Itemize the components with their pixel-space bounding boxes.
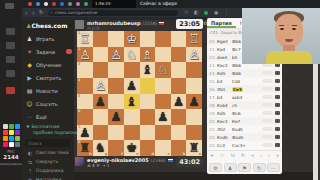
stream-side-strip: РУС 2144 международный bbox=[0, 0, 22, 180]
footer-label: Свернуть bbox=[36, 159, 58, 164]
square-h5[interactable]: 5 bbox=[77, 94, 93, 110]
move-row[interactable]: 15.b3Сd4 bbox=[207, 77, 282, 85]
white-move[interactable]: Сc3 bbox=[217, 143, 232, 148]
square-b8[interactable]: b bbox=[171, 140, 187, 156]
chesscom-sidebar: ♟Chess.com ♟Играть✦Задачи◆Обучение▶Смотр… bbox=[22, 20, 74, 180]
white-move-text: Сc3 bbox=[217, 143, 225, 148]
black-move-text: Фb6 bbox=[232, 63, 241, 68]
move-number-text: 19. bbox=[209, 111, 216, 116]
Играть-icon: ♟ bbox=[26, 35, 33, 42]
sidebar-label: Новости bbox=[36, 88, 58, 94]
move-time-black bbox=[275, 111, 280, 115]
sidebar-item-Ещё[interactable]: ⋯Ещё bbox=[26, 111, 47, 122]
Светлая тема-icon: ◐ bbox=[27, 150, 33, 156]
square-b4[interactable] bbox=[171, 78, 187, 94]
square-g1[interactable] bbox=[93, 31, 109, 47]
black-move-text: Фb6 bbox=[232, 39, 241, 44]
black-move-text: Сxc3+ bbox=[232, 143, 246, 148]
move-row[interactable]: 21.Лh2Кxd5 bbox=[207, 125, 282, 133]
move-number[interactable]: 16. bbox=[209, 87, 217, 92]
square-a5[interactable]: ♟ bbox=[186, 94, 202, 110]
emote-icon bbox=[9, 130, 14, 135]
panel-button-⚙[interactable]: ⚙ bbox=[209, 163, 222, 172]
square-e2[interactable]: ♘ bbox=[124, 47, 140, 63]
tab-favicons bbox=[28, 2, 88, 6]
square-c6[interactable]: ♟ bbox=[155, 109, 171, 125]
move-number[interactable]: 12. bbox=[209, 55, 217, 60]
white-piece-a1[interactable]: ♖ bbox=[186, 31, 202, 47]
strip-icon-4[interactable] bbox=[6, 70, 15, 77]
move-number[interactable]: 11. bbox=[209, 47, 217, 52]
square-f2[interactable]: ♙ bbox=[108, 47, 124, 63]
white-move-text: Кec3 bbox=[217, 119, 228, 124]
square-a6[interactable] bbox=[186, 109, 202, 125]
white-move[interactable]: Лb1 bbox=[217, 87, 232, 92]
extension-green-icon[interactable] bbox=[204, 11, 208, 15]
move-number-text: 15. bbox=[209, 79, 216, 84]
white-move[interactable]: dxe4 bbox=[217, 55, 232, 60]
move-number-text: 21. bbox=[209, 127, 216, 132]
strip-icon-2[interactable] bbox=[6, 42, 15, 49]
black-piece-h8[interactable]: ♜ bbox=[77, 140, 93, 156]
Соцсеть-icon: ☺ bbox=[26, 100, 33, 107]
tab-favicon[interactable] bbox=[44, 2, 48, 6]
top-player-rating: (2158) bbox=[142, 21, 157, 26]
move-number-text: 20. bbox=[209, 119, 216, 124]
square-e3[interactable] bbox=[124, 62, 140, 78]
bottom-player-clock: 43:02 bbox=[176, 157, 203, 167]
white-piece-c3[interactable]: ♘ bbox=[155, 62, 171, 78]
chess-board[interactable]: 1♖♔♖2♙♙♘♗♙3♝♘4♙♟5♟♝♟♟6♟♟7♟8h♜g♞fe♚dcba♜ bbox=[77, 31, 202, 156]
black-move[interactable]: axb4 bbox=[232, 95, 249, 100]
square-a7[interactable] bbox=[186, 125, 202, 141]
white-move[interactable]: Кxd5 bbox=[217, 135, 232, 140]
app-icon[interactable] bbox=[5, 3, 14, 9]
square-d3[interactable]: ♝ bbox=[140, 62, 156, 78]
streamer-eye-left bbox=[280, 28, 284, 30]
reload-icon[interactable]: ↻ bbox=[39, 8, 43, 17]
square-f7[interactable] bbox=[108, 125, 124, 141]
white-move-text: Кd5 bbox=[217, 71, 225, 76]
sidebar-item-Играть[interactable]: ♟Играть bbox=[26, 33, 54, 44]
bottom-player-avatar[interactable] bbox=[75, 157, 84, 166]
premium-line2: пробная подписка bbox=[33, 130, 77, 135]
move-time-white bbox=[262, 71, 273, 75]
black-move-text: c5 bbox=[232, 103, 237, 108]
white-move-text: Кa4 bbox=[217, 47, 225, 52]
square-f3[interactable] bbox=[108, 62, 124, 78]
move-row[interactable]: 22.Кxd5Фxd5 bbox=[207, 133, 282, 141]
move-number-text: 13. bbox=[209, 63, 216, 68]
square-a8[interactable]: a♜ bbox=[186, 140, 202, 156]
active-tab[interactable]: 1:56:39 bbox=[92, 0, 136, 8]
Свернуть-icon: ⇆ bbox=[27, 159, 33, 165]
footer-item-Свернуть[interactable]: ⇆Свернуть bbox=[27, 157, 58, 166]
black-move[interactable]: c5 bbox=[232, 103, 249, 108]
sidebar-label: Ещё bbox=[36, 114, 47, 120]
white-move-text: b3 bbox=[217, 79, 222, 84]
strip-icon-3[interactable] bbox=[6, 56, 15, 63]
tab-favicon[interactable] bbox=[52, 2, 56, 6]
bookmark-star-icon[interactable]: ☆ bbox=[184, 8, 188, 17]
tab-favicon[interactable] bbox=[60, 2, 64, 6]
black-piece-d3[interactable]: ♝ bbox=[140, 62, 156, 78]
move-time-black bbox=[275, 71, 280, 75]
rank-label: 5 bbox=[78, 94, 80, 98]
move-time-black bbox=[275, 95, 280, 99]
puzzle-badge bbox=[66, 49, 72, 54]
black-piece-g8[interactable]: ♞ bbox=[93, 140, 109, 156]
sidebar-item-Соцсеть[interactable]: ☺Соцсеть bbox=[26, 98, 58, 109]
sidebar-label: Обучение bbox=[36, 62, 62, 68]
square-d8[interactable]: d bbox=[140, 140, 156, 156]
black-piece-e5[interactable]: ♝ bbox=[124, 94, 140, 110]
square-h4[interactable]: 4 bbox=[77, 78, 93, 94]
square-d2[interactable]: ♗ bbox=[140, 47, 156, 63]
move-time-black bbox=[275, 87, 280, 91]
white-move[interactable]: Кa4 bbox=[217, 47, 232, 52]
file-label: c bbox=[168, 152, 170, 156]
move-time-white bbox=[262, 111, 273, 115]
move-number[interactable]: 23. bbox=[209, 143, 217, 148]
square-g6[interactable] bbox=[93, 109, 109, 125]
streamer-eye-right bbox=[292, 28, 296, 30]
black-move-text: Фxd5 bbox=[232, 135, 243, 140]
white-piece-e1[interactable]: ♔ bbox=[124, 31, 140, 47]
square-a3[interactable] bbox=[186, 62, 202, 78]
move-number[interactable]: 10. bbox=[209, 39, 217, 44]
square-e6[interactable] bbox=[124, 109, 140, 125]
sidebar-item-Новости[interactable]: ▤Новости bbox=[26, 85, 58, 96]
white-move[interactable]: Кge2 bbox=[217, 39, 232, 44]
square-b2[interactable] bbox=[171, 47, 187, 63]
toolbar-icon-+[interactable]: + bbox=[210, 153, 214, 158]
footer-label: Поддержка bbox=[36, 168, 64, 173]
black-move-text: Фc7 bbox=[232, 47, 241, 52]
diamond-icon: ♦ bbox=[26, 124, 30, 129]
strip-icon-1[interactable] bbox=[6, 28, 15, 35]
square-d1[interactable] bbox=[140, 31, 156, 47]
move-number[interactable]: 18. bbox=[209, 103, 217, 108]
square-g5[interactable]: ♟ bbox=[93, 94, 109, 110]
rank-label: 6 bbox=[78, 109, 80, 113]
move-number-text: 18. bbox=[209, 103, 216, 108]
emote-icon bbox=[3, 136, 8, 141]
move-time-white bbox=[262, 135, 273, 139]
black-piece-e8[interactable]: ♚ bbox=[124, 140, 140, 156]
footer-item-Поддержка[interactable]: ?Поддержка bbox=[27, 166, 64, 175]
back-icon[interactable]: ‹ bbox=[25, 8, 27, 17]
square-h1[interactable]: 1♖ bbox=[77, 31, 93, 47]
lock-icon: ⚿ bbox=[50, 10, 53, 16]
square-g8[interactable]: g♞ bbox=[93, 140, 109, 156]
panel-button-⚑[interactable]: ⚑ bbox=[238, 163, 251, 172]
emote-icon bbox=[15, 130, 20, 135]
white-move[interactable]: Лh2 bbox=[217, 127, 232, 132]
white-move[interactable]: Кd5 bbox=[217, 71, 232, 76]
black-piece-c6[interactable]: ♟ bbox=[155, 109, 171, 125]
move-row[interactable]: 23.Сc3Сxc3+ bbox=[207, 141, 282, 149]
black-move-text: Сe5 bbox=[232, 87, 243, 92]
tab-favicon[interactable] bbox=[76, 2, 80, 6]
white-move[interactable]: Кec3 bbox=[217, 119, 232, 124]
toolbar-icon-»[interactable]: » bbox=[276, 153, 279, 158]
toolbar-icon-↻[interactable]: ↻ bbox=[241, 153, 245, 158]
bottom-captured-pieces: ♙♗♕+3 bbox=[87, 163, 110, 168]
square-e8[interactable]: e♚ bbox=[124, 140, 140, 156]
black-piece-b5[interactable]: ♟ bbox=[171, 94, 187, 110]
panel-button-⋯[interactable]: ⋯ bbox=[267, 163, 280, 172]
white-move-text: Лb1 bbox=[217, 87, 225, 92]
toolbar-icon-⚐[interactable]: ⚐ bbox=[220, 153, 224, 158]
move-time-white bbox=[262, 103, 273, 107]
extension-icon[interactable]: ◧ bbox=[194, 8, 199, 17]
square-d6[interactable] bbox=[140, 109, 156, 125]
square-c4[interactable] bbox=[155, 78, 171, 94]
white-move[interactable]: b4 bbox=[217, 95, 232, 100]
streamer-brow-right bbox=[292, 25, 297, 26]
move-time-black bbox=[275, 79, 280, 83]
square-e4[interactable]: ♟ bbox=[124, 78, 140, 94]
square-a4[interactable] bbox=[186, 78, 202, 94]
file-label: b bbox=[183, 152, 186, 156]
forward-icon[interactable]: › bbox=[32, 8, 34, 17]
menu-dots-icon[interactable]: ⋮ bbox=[224, 8, 229, 17]
streamer-face bbox=[275, 14, 303, 47]
record-icon[interactable] bbox=[6, 87, 15, 94]
square-f5[interactable] bbox=[108, 94, 124, 110]
square-c8[interactable]: c bbox=[155, 140, 171, 156]
white-piece-f2[interactable]: ♙ bbox=[108, 47, 124, 63]
square-c7[interactable] bbox=[155, 125, 171, 141]
panel-button-♟[interactable]: ♟ bbox=[224, 163, 237, 172]
black-piece-h7[interactable]: ♟ bbox=[77, 125, 93, 141]
Обучение-icon: ◆ bbox=[26, 61, 33, 68]
white-piece-h2[interactable]: ♙ bbox=[77, 47, 93, 63]
move-time-black bbox=[275, 135, 280, 139]
square-a2[interactable]: ♙ bbox=[186, 47, 202, 63]
rank-label: 3 bbox=[78, 62, 80, 66]
profile-icon[interactable]: ◉ bbox=[214, 8, 218, 17]
move-time-black bbox=[275, 119, 280, 123]
premium-trial-link[interactable]: ♦ Бесплатная пробная подписка bbox=[26, 124, 77, 136]
square-c5[interactable] bbox=[155, 94, 171, 110]
strip-text-sub: международный bbox=[0, 162, 22, 167]
black-move-text: axb4 bbox=[232, 95, 242, 100]
screen: РУС 2144 международный 1:56:39 Сейчас в … bbox=[0, 0, 320, 180]
square-h3[interactable]: 3 bbox=[77, 62, 93, 78]
black-move-text: Кe7 bbox=[232, 119, 240, 124]
emote-icon bbox=[3, 130, 8, 135]
move-time-black bbox=[275, 103, 280, 107]
white-piece-h1[interactable]: ♖ bbox=[77, 31, 93, 47]
square-c3[interactable]: ♘ bbox=[155, 62, 171, 78]
material-advantage: +3 bbox=[103, 163, 110, 168]
footer-item-Светлая тема[interactable]: ◐Светлая тема bbox=[27, 148, 69, 157]
black-move[interactable]: Фd6 bbox=[232, 71, 249, 76]
square-b3[interactable] bbox=[171, 62, 187, 78]
sidebar-item-Обучение[interactable]: ◆Обучение bbox=[26, 59, 62, 70]
move-row[interactable]: 17.b4axb4 bbox=[207, 93, 282, 101]
square-f8[interactable]: f bbox=[108, 140, 124, 156]
tab-bar: 1:56:39 Сейчас в эфире bbox=[22, 0, 320, 8]
black-piece-a8[interactable]: ♜ bbox=[186, 140, 202, 156]
emote-icon bbox=[9, 124, 14, 129]
move-number[interactable]: 19. bbox=[209, 111, 217, 116]
move-row[interactable]: 20.Кec3Кe7 bbox=[207, 117, 282, 125]
square-b5[interactable]: ♟ bbox=[171, 94, 187, 110]
top-player-clock: 23:05 bbox=[176, 19, 203, 29]
square-a1[interactable]: ♖ bbox=[186, 31, 202, 47]
bottom-player-flag bbox=[168, 159, 173, 162]
black-move[interactable]: Сd4 bbox=[232, 79, 249, 84]
move-number-text: 10. bbox=[209, 39, 216, 44]
square-e5[interactable]: ♝ bbox=[124, 94, 140, 110]
move-number-text: 23. bbox=[209, 143, 216, 148]
move-number[interactable]: 14. bbox=[209, 71, 217, 76]
chesscom-logo[interactable]: ♟Chess.com bbox=[26, 22, 68, 29]
white-piece-e2[interactable]: ♘ bbox=[124, 47, 140, 63]
move-time-white bbox=[262, 87, 273, 91]
square-h7[interactable]: 7♟ bbox=[77, 125, 93, 141]
toolbar-icon-‹[interactable]: ‹ bbox=[260, 153, 262, 158]
move-row[interactable]: 19.Кd5Фc6 bbox=[207, 109, 282, 117]
square-h2[interactable]: 2♙ bbox=[77, 47, 93, 63]
move-time-white bbox=[262, 143, 273, 147]
emote-icon bbox=[9, 142, 14, 147]
move-time-black bbox=[275, 143, 280, 147]
black-move[interactable]: Кxd5 bbox=[232, 127, 249, 132]
square-g7[interactable] bbox=[93, 125, 109, 141]
white-piece-a2[interactable]: ♙ bbox=[186, 47, 202, 63]
move-number-text: 16. bbox=[209, 87, 216, 92]
black-move-text: Фd6 bbox=[232, 71, 241, 76]
square-e1[interactable]: ♔ bbox=[124, 31, 140, 47]
bottom-player-rating: (2244) bbox=[151, 158, 166, 163]
move-number-text: 22. bbox=[209, 135, 216, 140]
live-now-label: Сейчас в эфире bbox=[140, 0, 177, 8]
square-d5[interactable] bbox=[140, 94, 156, 110]
streamer-mouth bbox=[285, 39, 293, 42]
move-row[interactable]: 16.Лb1Сe5 bbox=[207, 85, 282, 93]
sidebar-item-Задачи[interactable]: ✦Задачи bbox=[26, 46, 55, 57]
rank-label: 4 bbox=[78, 78, 80, 82]
streamer-brow-left bbox=[279, 25, 284, 26]
streamer-shirt bbox=[266, 51, 312, 64]
white-move[interactable]: Кac3 bbox=[217, 63, 232, 68]
square-f6[interactable]: ♟ bbox=[108, 109, 124, 125]
white-move-text: Кxb4 bbox=[217, 103, 228, 108]
black-move[interactable]: Фc6 bbox=[232, 111, 249, 116]
sidebar-label: Смотреть bbox=[36, 75, 61, 81]
move-number[interactable]: 13. bbox=[209, 63, 217, 68]
logo-text: Chess.com bbox=[31, 22, 67, 29]
address-bar[interactable]: chess.com/game/live bbox=[48, 10, 178, 16]
black-move[interactable]: Кe7 bbox=[232, 119, 249, 124]
move-number[interactable]: 21. bbox=[209, 127, 217, 132]
footer-item-Настройки[interactable]: ⚙Настройки bbox=[27, 175, 61, 180]
square-g2[interactable] bbox=[93, 47, 109, 63]
black-piece-e4[interactable]: ♟ bbox=[124, 78, 140, 94]
white-piece-g4[interactable]: ♙ bbox=[93, 78, 109, 94]
black-piece-g5[interactable]: ♟ bbox=[93, 94, 109, 110]
square-d4[interactable] bbox=[140, 78, 156, 94]
tab-game[interactable]: Партия bbox=[207, 18, 236, 28]
black-move-text: b5 bbox=[232, 55, 237, 60]
move-number[interactable]: 15. bbox=[209, 79, 217, 84]
square-b6[interactable] bbox=[171, 109, 187, 125]
toolbar-icon-½[interactable]: ½ bbox=[230, 153, 235, 158]
white-move-text: Кac3 bbox=[217, 63, 228, 68]
toolbar-icon-«[interactable]: « bbox=[251, 153, 254, 158]
square-c2[interactable] bbox=[155, 47, 171, 63]
move-number-text: 14. bbox=[209, 71, 216, 76]
tab-favicon[interactable] bbox=[36, 2, 40, 6]
top-player-avatar[interactable] bbox=[75, 20, 84, 29]
square-b7[interactable] bbox=[171, 125, 187, 141]
square-b1[interactable] bbox=[171, 31, 187, 47]
premium-line1: Бесплатная bbox=[31, 124, 59, 129]
white-move-text: b4 bbox=[217, 95, 222, 100]
move-number[interactable]: 22. bbox=[209, 135, 217, 140]
square-g3[interactable] bbox=[93, 62, 109, 78]
Новости-icon: ▤ bbox=[26, 87, 33, 94]
move-time-black bbox=[275, 127, 280, 131]
black-move-text: Кxd5 bbox=[232, 127, 243, 132]
black-piece-f6[interactable]: ♟ bbox=[108, 109, 124, 125]
square-e7[interactable] bbox=[124, 125, 140, 141]
white-move[interactable]: Кxb4 bbox=[217, 103, 232, 108]
move-number[interactable]: 20. bbox=[209, 119, 217, 124]
emote-icon bbox=[15, 124, 20, 129]
tab-favicon[interactable] bbox=[68, 2, 72, 6]
move-row[interactable]: 18.Кxb4c5 bbox=[207, 101, 282, 109]
Смотреть-icon: ▶ bbox=[26, 74, 33, 81]
panel-button-↻[interactable]: ↻ bbox=[253, 163, 266, 172]
tab-favicon[interactable] bbox=[28, 2, 32, 6]
black-move[interactable]: Сe5 bbox=[232, 87, 249, 92]
move-row[interactable]: 14.Кd5Фd6 bbox=[207, 69, 282, 77]
black-piece-a5[interactable]: ♟ bbox=[186, 94, 202, 110]
search-input[interactable] bbox=[25, 139, 70, 147]
square-h6[interactable]: 6 bbox=[77, 109, 93, 125]
white-move-text: Кge2 bbox=[217, 39, 228, 44]
move-number-text: 11. bbox=[209, 47, 216, 52]
square-f4[interactable] bbox=[108, 78, 124, 94]
black-move[interactable]: Сxc3+ bbox=[232, 143, 249, 148]
square-d7[interactable] bbox=[140, 125, 156, 141]
toolbar-icon-›[interactable]: › bbox=[268, 153, 270, 158]
sidebar-label: Соцсеть bbox=[36, 101, 58, 107]
white-move[interactable]: b3 bbox=[217, 79, 232, 84]
footer-label: Светлая тема bbox=[36, 150, 69, 155]
Задачи-icon: ✦ bbox=[26, 48, 33, 55]
square-h8[interactable]: 8h♜ bbox=[77, 140, 93, 156]
square-g4[interactable]: ♙ bbox=[93, 78, 109, 94]
move-number[interactable]: 17. bbox=[209, 95, 217, 100]
white-move-text: Кxd5 bbox=[217, 135, 228, 140]
black-move[interactable]: Фxd5 bbox=[232, 135, 249, 140]
panel-buttons: ⚙♟⚑↻⋯ bbox=[207, 161, 282, 174]
tab-favicon[interactable] bbox=[84, 2, 88, 6]
strip-text-number: 2144 bbox=[0, 154, 22, 161]
square-c1[interactable] bbox=[155, 31, 171, 47]
sidebar-item-Смотреть[interactable]: ▶Смотреть bbox=[26, 72, 61, 83]
white-move[interactable]: Кd5 bbox=[217, 111, 232, 116]
move-number-text: 17. bbox=[209, 95, 216, 100]
white-piece-d2[interactable]: ♗ bbox=[140, 47, 156, 63]
square-f1[interactable] bbox=[108, 31, 124, 47]
